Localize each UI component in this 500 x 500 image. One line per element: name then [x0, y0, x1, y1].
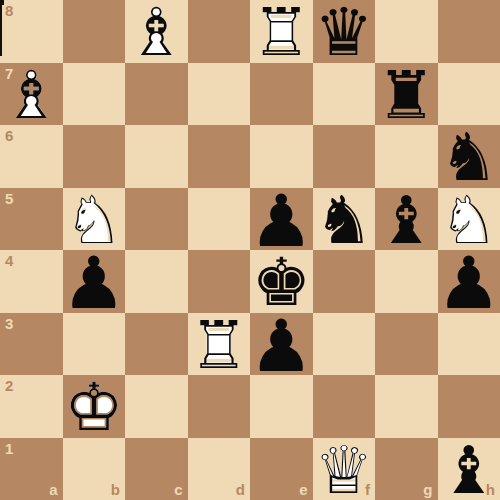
square-b5[interactable]: ♞♘ — [63, 188, 126, 251]
piece-black-knight[interactable]: ♞ — [313, 190, 376, 253]
window-edge-artifact — [0, 0, 2, 56]
square-f5[interactable]: ♞ — [313, 188, 376, 251]
piece-white-king[interactable]: ♔ — [63, 377, 126, 440]
square-d1[interactable]: d — [188, 438, 251, 500]
square-a1[interactable]: 1a — [0, 438, 63, 500]
square-g7[interactable]: ♜ — [375, 63, 438, 126]
piece-black-pawn[interactable]: ♟ — [63, 252, 126, 315]
square-h5[interactable]: ♞♘ — [438, 188, 500, 251]
piece-white-knight[interactable]: ♘ — [63, 190, 126, 253]
square-a2[interactable]: 2 — [0, 375, 63, 438]
square-f7[interactable] — [313, 63, 376, 126]
square-b8[interactable] — [63, 0, 126, 63]
square-d7[interactable] — [188, 63, 251, 126]
piece-black-bishop[interactable]: ♝ — [375, 190, 438, 253]
rank-label-4: 4 — [5, 253, 13, 268]
square-e3[interactable]: ♟ — [250, 313, 313, 376]
square-c6[interactable] — [125, 125, 188, 188]
square-e8[interactable]: ♜♖ — [250, 0, 313, 63]
square-b2[interactable]: ♚♔ — [63, 375, 126, 438]
piece-black-pawn[interactable]: ♟ — [438, 252, 500, 315]
file-label-a: a — [49, 482, 57, 497]
rank-label-1: 1 — [5, 441, 13, 456]
square-h1[interactable]: h♝ — [438, 438, 500, 500]
square-g1[interactable]: g — [375, 438, 438, 500]
piece-black-queen[interactable]: ♛ — [313, 2, 376, 65]
square-f4[interactable] — [313, 250, 376, 313]
piece-black-rook[interactable]: ♜ — [375, 65, 438, 128]
file-label-b: b — [111, 482, 120, 497]
piece-white-bishop[interactable]: ♗ — [125, 2, 188, 65]
piece-white-rook[interactable]: ♖ — [188, 315, 251, 378]
square-h6[interactable]: ♞ — [438, 125, 500, 188]
square-d8[interactable] — [188, 0, 251, 63]
square-g5[interactable]: ♝ — [375, 188, 438, 251]
piece-black-pawn[interactable]: ♟ — [250, 315, 313, 378]
square-c8[interactable]: ♝♗ — [125, 0, 188, 63]
square-e7[interactable] — [250, 63, 313, 126]
square-b6[interactable] — [63, 125, 126, 188]
square-f6[interactable] — [313, 125, 376, 188]
square-f3[interactable] — [313, 313, 376, 376]
square-f1[interactable]: f♛♕ — [313, 438, 376, 500]
square-c5[interactable] — [125, 188, 188, 251]
rank-label-5: 5 — [5, 191, 13, 206]
square-d4[interactable] — [188, 250, 251, 313]
piece-black-bishop[interactable]: ♝ — [438, 440, 500, 500]
piece-black-pawn[interactable]: ♟ — [250, 190, 313, 253]
piece-white-bishop[interactable]: ♗ — [0, 65, 63, 128]
square-c1[interactable]: c — [125, 438, 188, 500]
file-label-d: d — [236, 482, 245, 497]
square-g4[interactable] — [375, 250, 438, 313]
square-c4[interactable] — [125, 250, 188, 313]
square-h8[interactable] — [438, 0, 500, 63]
rank-label-3: 3 — [5, 316, 13, 331]
square-h7[interactable] — [438, 63, 500, 126]
square-a8[interactable]: 8 — [0, 0, 63, 63]
piece-white-queen[interactable]: ♕ — [313, 440, 376, 500]
square-a5[interactable]: 5 — [0, 188, 63, 251]
file-label-c: c — [174, 482, 182, 497]
square-g3[interactable] — [375, 313, 438, 376]
square-c2[interactable] — [125, 375, 188, 438]
square-a4[interactable]: 4 — [0, 250, 63, 313]
square-c7[interactable] — [125, 63, 188, 126]
square-g6[interactable] — [375, 125, 438, 188]
square-d6[interactable] — [188, 125, 251, 188]
square-b4[interactable]: ♟ — [63, 250, 126, 313]
square-g8[interactable] — [375, 0, 438, 63]
file-label-e: e — [299, 482, 307, 497]
rank-label-2: 2 — [5, 378, 13, 393]
square-f8[interactable]: ♛ — [313, 0, 376, 63]
piece-black-knight[interactable]: ♞ — [438, 127, 500, 190]
piece-white-rook[interactable]: ♖ — [250, 2, 313, 65]
rank-label-8: 8 — [5, 3, 13, 18]
square-e1[interactable]: e — [250, 438, 313, 500]
chess-board: 8♝♗♜♖♛7♝♗♜6♞5♞♘♟♞♝♞♘4♟♚♟3♜♖♟2♚♔1abcdef♛♕… — [0, 0, 500, 500]
file-label-g: g — [423, 482, 432, 497]
window-corner-artifact — [0, 0, 4, 5]
square-h2[interactable] — [438, 375, 500, 438]
square-a3[interactable]: 3 — [0, 313, 63, 376]
square-f2[interactable] — [313, 375, 376, 438]
square-c3[interactable] — [125, 313, 188, 376]
square-d3[interactable]: ♜♖ — [188, 313, 251, 376]
piece-white-knight[interactable]: ♘ — [438, 190, 500, 253]
square-b7[interactable] — [63, 63, 126, 126]
square-b1[interactable]: b — [63, 438, 126, 500]
square-h4[interactable]: ♟ — [438, 250, 500, 313]
square-g2[interactable] — [375, 375, 438, 438]
square-a6[interactable]: 6 — [0, 125, 63, 188]
square-d2[interactable] — [188, 375, 251, 438]
square-d5[interactable] — [188, 188, 251, 251]
square-e5[interactable]: ♟ — [250, 188, 313, 251]
square-a7[interactable]: 7♝♗ — [0, 63, 63, 126]
